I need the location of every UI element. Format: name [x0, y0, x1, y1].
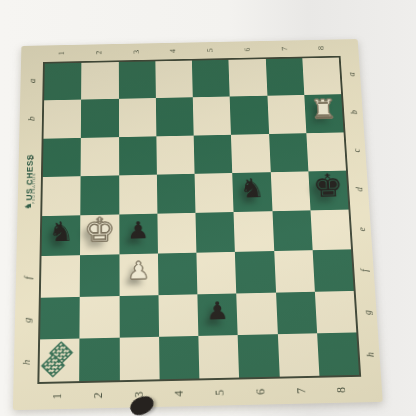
photo-scene: 12345678 12345678 abcfgh abcdefgh ♞ US C… — [0, 0, 416, 416]
vinyl-chess-mat: 12345678 12345678 abcfgh abcdefgh ♞ US C… — [13, 39, 383, 410]
square-a5[interactable] — [192, 60, 230, 98]
white-rook-b8[interactable]: ♜ — [310, 96, 337, 123]
square-e5[interactable] — [195, 212, 235, 253]
square-g7[interactable] — [276, 291, 317, 334]
square-a3[interactable] — [118, 61, 155, 99]
square-f8[interactable] — [312, 250, 353, 292]
square-b7[interactable] — [267, 95, 306, 133]
uschess-sub-text: FEDERATION — [31, 173, 36, 204]
black-knight-e1[interactable]: ♞ — [48, 218, 74, 246]
square-h8[interactable] — [317, 332, 359, 376]
white-king-e2[interactable]: ♚ — [84, 213, 115, 246]
square-a6[interactable] — [229, 59, 267, 97]
square-g5[interactable]: ♟ — [197, 293, 238, 336]
square-d7[interactable] — [270, 171, 310, 211]
square-d3[interactable] — [119, 174, 157, 214]
square-f7[interactable] — [274, 250, 315, 292]
square-c2[interactable] — [81, 137, 119, 176]
square-b3[interactable] — [118, 98, 156, 136]
square-b8[interactable]: ♜ — [304, 94, 343, 132]
square-d4[interactable] — [157, 174, 196, 214]
square-e2[interactable]: ♚ — [80, 214, 119, 255]
square-c5[interactable] — [194, 134, 233, 173]
square-c6[interactable] — [231, 134, 270, 173]
square-g2[interactable] — [80, 296, 120, 339]
square-g8[interactable] — [315, 290, 357, 333]
square-a8[interactable] — [302, 58, 341, 96]
chess-board: ♜♞♚♞♚♟♟♟ — [37, 56, 361, 384]
square-d2[interactable] — [81, 175, 119, 215]
square-c7[interactable] — [269, 133, 309, 172]
square-a4[interactable] — [155, 61, 193, 99]
square-d1[interactable] — [42, 176, 81, 216]
square-b4[interactable] — [156, 97, 194, 135]
square-g1[interactable] — [40, 296, 80, 339]
square-b2[interactable] — [81, 99, 119, 137]
square-e4[interactable] — [157, 213, 196, 254]
square-f1[interactable] — [41, 255, 80, 297]
square-e6[interactable] — [234, 211, 274, 252]
square-f2[interactable] — [80, 255, 119, 297]
square-d8[interactable]: ♚ — [308, 170, 348, 210]
square-d5[interactable] — [195, 173, 234, 213]
square-d6[interactable]: ♞ — [232, 172, 272, 212]
square-g6[interactable] — [236, 292, 277, 335]
square-e7[interactable] — [272, 210, 312, 251]
square-a2[interactable] — [81, 62, 118, 100]
square-a7[interactable] — [265, 58, 304, 96]
black-pawn-e3[interactable]: ♟ — [127, 219, 149, 243]
square-e3[interactable]: ♟ — [119, 214, 158, 255]
square-c1[interactable] — [43, 137, 81, 176]
black-pawn-g5[interactable]: ♟ — [206, 298, 229, 323]
square-c3[interactable] — [119, 136, 157, 175]
square-h2[interactable] — [79, 337, 119, 381]
square-f3[interactable]: ♟ — [119, 254, 158, 296]
square-g4[interactable] — [158, 294, 198, 337]
square-b5[interactable] — [193, 97, 231, 135]
white-pawn-f3[interactable]: ♟ — [127, 259, 150, 284]
square-h3[interactable] — [119, 337, 159, 381]
square-e1[interactable]: ♞ — [42, 215, 81, 256]
square-g3[interactable] — [119, 295, 159, 338]
square-h7[interactable] — [277, 333, 319, 377]
square-a1[interactable] — [44, 63, 81, 101]
square-f6[interactable] — [235, 251, 275, 293]
square-b1[interactable] — [44, 100, 82, 139]
square-c4[interactable] — [156, 135, 194, 174]
uschess-logo-diamonds — [43, 344, 77, 378]
square-h5[interactable] — [198, 335, 239, 379]
square-f5[interactable] — [196, 252, 236, 294]
square-h4[interactable] — [159, 336, 200, 380]
black-king-d8[interactable]: ♚ — [312, 169, 344, 201]
square-h6[interactable] — [238, 334, 279, 378]
square-e8[interactable] — [310, 210, 351, 251]
square-b6[interactable] — [230, 96, 269, 134]
square-c8[interactable] — [306, 132, 346, 171]
square-h1[interactable] — [39, 338, 79, 382]
uschess-branding: ♞ US CHESS FEDERATION — [18, 147, 38, 216]
black-knight-d6[interactable]: ♞ — [239, 174, 265, 201]
square-f4[interactable] — [158, 253, 198, 295]
